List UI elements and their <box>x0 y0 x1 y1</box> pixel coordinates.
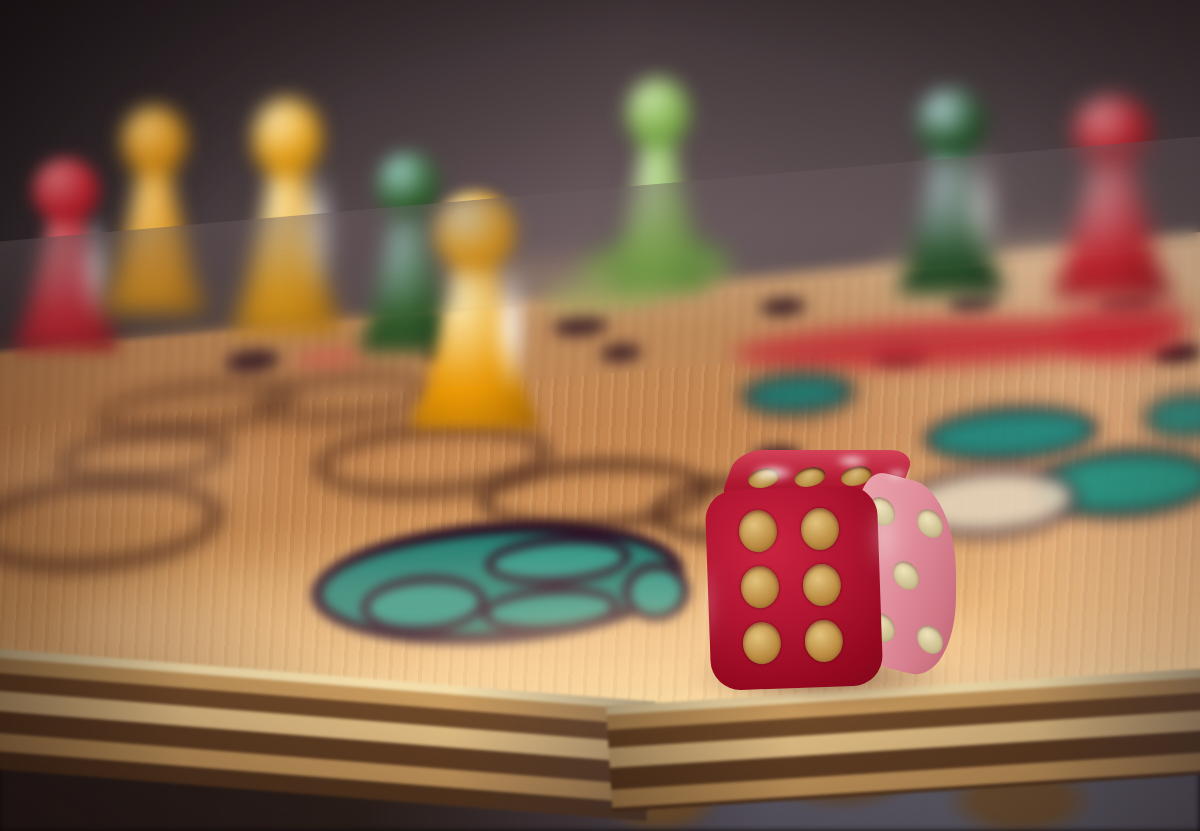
specular-glint <box>750 464 796 482</box>
specular-glint <box>834 454 870 468</box>
specular-glint-layer <box>0 0 1200 831</box>
specular-glint <box>700 556 718 650</box>
scene <box>0 0 1200 831</box>
specular-glint <box>868 500 902 574</box>
specular-glint <box>884 468 910 480</box>
